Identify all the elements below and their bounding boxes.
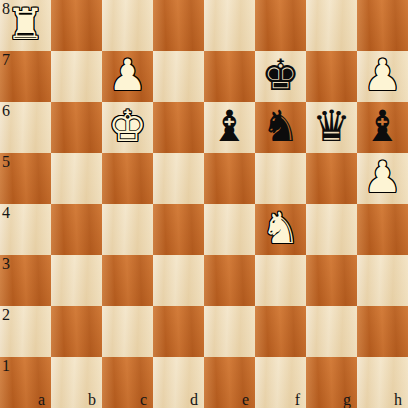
square-f5[interactable]	[255, 153, 306, 204]
square-h4[interactable]	[357, 204, 408, 255]
rank-label-5: 5	[2, 154, 10, 170]
square-b3[interactable]	[51, 255, 102, 306]
square-f4[interactable]: ♞	[255, 204, 306, 255]
black-queen[interactable]: ♛	[306, 102, 357, 153]
square-c1[interactable]: c	[102, 357, 153, 408]
square-a1[interactable]: 1a	[0, 357, 51, 408]
square-f3[interactable]	[255, 255, 306, 306]
square-e4[interactable]	[204, 204, 255, 255]
black-bishop[interactable]: ♝	[357, 102, 408, 153]
square-b1[interactable]: b	[51, 357, 102, 408]
square-f2[interactable]	[255, 306, 306, 357]
square-e7[interactable]	[204, 51, 255, 102]
square-e5[interactable]	[204, 153, 255, 204]
white-pawn[interactable]: ♟	[357, 153, 408, 204]
square-d8[interactable]	[153, 0, 204, 51]
square-d4[interactable]	[153, 204, 204, 255]
square-d1[interactable]: d	[153, 357, 204, 408]
square-g4[interactable]	[306, 204, 357, 255]
square-a7[interactable]: 7	[0, 51, 51, 102]
square-e6[interactable]: ♝	[204, 102, 255, 153]
square-g5[interactable]	[306, 153, 357, 204]
square-h8[interactable]	[357, 0, 408, 51]
square-c8[interactable]	[102, 0, 153, 51]
square-d3[interactable]	[153, 255, 204, 306]
square-c4[interactable]	[102, 204, 153, 255]
rank-label-7: 7	[2, 52, 10, 68]
square-e2[interactable]	[204, 306, 255, 357]
white-rook[interactable]: ♜	[0, 0, 51, 51]
square-h6[interactable]: ♝	[357, 102, 408, 153]
square-f1[interactable]: f	[255, 357, 306, 408]
square-h5[interactable]: ♟	[357, 153, 408, 204]
chess-board: 8♜7♟♚♟6♚♝♞♛♝5♟4♞321abcdefgh	[0, 0, 408, 408]
rank-label-3: 3	[2, 256, 10, 272]
square-f8[interactable]	[255, 0, 306, 51]
white-king[interactable]: ♚	[102, 102, 153, 153]
square-c6[interactable]: ♚	[102, 102, 153, 153]
square-e8[interactable]	[204, 0, 255, 51]
file-label-f: f	[295, 392, 300, 408]
black-king[interactable]: ♚	[255, 51, 306, 102]
square-g1[interactable]: g	[306, 357, 357, 408]
square-d5[interactable]	[153, 153, 204, 204]
square-e3[interactable]	[204, 255, 255, 306]
square-a8[interactable]: 8♜	[0, 0, 51, 51]
file-label-g: g	[343, 392, 351, 408]
file-label-b: b	[88, 392, 96, 408]
white-pawn[interactable]: ♟	[357, 51, 408, 102]
black-bishop[interactable]: ♝	[204, 102, 255, 153]
square-b2[interactable]	[51, 306, 102, 357]
square-b8[interactable]	[51, 0, 102, 51]
square-b5[interactable]	[51, 153, 102, 204]
square-a3[interactable]: 3	[0, 255, 51, 306]
square-c7[interactable]: ♟	[102, 51, 153, 102]
file-label-a: a	[38, 392, 45, 408]
square-b7[interactable]	[51, 51, 102, 102]
square-a4[interactable]: 4	[0, 204, 51, 255]
black-knight[interactable]: ♞	[255, 102, 306, 153]
rank-label-2: 2	[2, 307, 10, 323]
rank-label-6: 6	[2, 103, 10, 119]
square-g6[interactable]: ♛	[306, 102, 357, 153]
white-knight[interactable]: ♞	[255, 204, 306, 255]
square-a6[interactable]: 6	[0, 102, 51, 153]
square-a2[interactable]: 2	[0, 306, 51, 357]
square-f6[interactable]: ♞	[255, 102, 306, 153]
file-label-h: h	[394, 392, 402, 408]
square-d2[interactable]	[153, 306, 204, 357]
square-g3[interactable]	[306, 255, 357, 306]
square-b4[interactable]	[51, 204, 102, 255]
square-g8[interactable]	[306, 0, 357, 51]
square-b6[interactable]	[51, 102, 102, 153]
square-f7[interactable]: ♚	[255, 51, 306, 102]
square-c5[interactable]	[102, 153, 153, 204]
square-h2[interactable]	[357, 306, 408, 357]
square-g7[interactable]	[306, 51, 357, 102]
square-h7[interactable]: ♟	[357, 51, 408, 102]
rank-label-1: 1	[2, 358, 10, 374]
file-label-d: d	[190, 392, 198, 408]
square-d6[interactable]	[153, 102, 204, 153]
rank-label-4: 4	[2, 205, 10, 221]
square-c2[interactable]	[102, 306, 153, 357]
file-label-e: e	[242, 392, 249, 408]
white-pawn[interactable]: ♟	[102, 51, 153, 102]
square-g2[interactable]	[306, 306, 357, 357]
square-h3[interactable]	[357, 255, 408, 306]
square-d7[interactable]	[153, 51, 204, 102]
square-c3[interactable]	[102, 255, 153, 306]
file-label-c: c	[140, 392, 147, 408]
square-a5[interactable]: 5	[0, 153, 51, 204]
square-e1[interactable]: e	[204, 357, 255, 408]
square-h1[interactable]: h	[357, 357, 408, 408]
